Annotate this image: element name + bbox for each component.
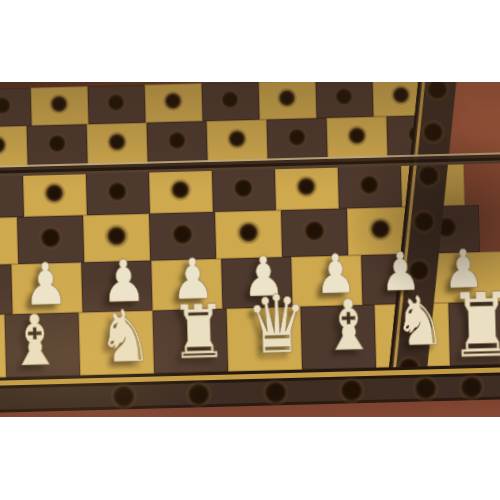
peg-hole (338, 377, 365, 404)
board-square (85, 172, 149, 216)
peg-hole (232, 177, 255, 200)
peg-hole (46, 133, 67, 154)
board-square (0, 88, 31, 127)
white-bishop: ♝ (321, 290, 376, 361)
peg-hole (171, 222, 195, 246)
peg-hole (369, 217, 393, 241)
peg-hole (0, 95, 12, 115)
peg-hole (346, 125, 367, 146)
board-square (0, 126, 28, 170)
board-square (148, 170, 212, 214)
peg-hole (262, 379, 289, 406)
white-knight: ♞ (393, 286, 447, 355)
peg-hole (105, 224, 129, 248)
peg-hole (106, 92, 126, 112)
peg-hole (424, 82, 450, 103)
board-square (337, 165, 401, 209)
board-square (207, 120, 268, 164)
peg-hole (416, 163, 442, 189)
peg-hole (169, 178, 192, 201)
board-square (0, 175, 24, 219)
peg-hole (43, 182, 66, 205)
white-rook: ♜ (170, 294, 228, 369)
peg-hole (237, 220, 261, 244)
white-rook: ♜ (447, 281, 500, 371)
board-square (274, 167, 338, 211)
letterbox-bottom (0, 417, 500, 500)
board-square (144, 83, 202, 122)
peg-hole (39, 226, 63, 250)
white-knight: ♞ (97, 300, 154, 373)
peg-hole (458, 374, 485, 401)
peg-hole (286, 127, 307, 148)
peg-hole (391, 85, 411, 105)
peg-hole (334, 86, 354, 106)
board-square (30, 86, 88, 125)
board-square (211, 168, 275, 212)
peg-hole (106, 180, 129, 203)
peg-hole (303, 219, 327, 243)
peg-hole (220, 89, 240, 109)
board-square (147, 121, 208, 165)
peg-hole (166, 130, 187, 151)
board-square (87, 85, 145, 124)
peg-hole (295, 175, 318, 198)
board-square (22, 173, 86, 217)
board-square (0, 217, 18, 266)
peg-hole (277, 88, 297, 108)
board-square (327, 116, 388, 160)
board-square (267, 118, 328, 162)
letterbox-top (0, 0, 500, 82)
peg-hole (163, 91, 183, 111)
chessboard-photo: ♟♟♟♟♟♟♟♝♞♜♛♝♞♜ (0, 82, 500, 417)
board-square (27, 124, 88, 168)
board-square (87, 123, 148, 167)
peg-hole (0, 135, 8, 156)
peg-hole (412, 375, 439, 402)
board-square (315, 82, 373, 118)
board-square (258, 82, 316, 120)
peg-hole (0, 183, 3, 206)
peg-hole (226, 128, 247, 149)
board-square (201, 82, 259, 121)
peg-hole (49, 94, 69, 114)
peg-hole (411, 209, 437, 235)
white-queen: ♛ (245, 285, 308, 367)
peg-hole (420, 119, 446, 145)
peg-hole (358, 173, 381, 196)
peg-hole (185, 381, 212, 408)
peg-hole (110, 383, 137, 410)
chess-board: ♟♟♟♟♟♟♟♝♞♜♛♝♞♜ (0, 82, 500, 417)
white-bishop: ♝ (8, 305, 63, 376)
peg-hole (106, 132, 127, 153)
